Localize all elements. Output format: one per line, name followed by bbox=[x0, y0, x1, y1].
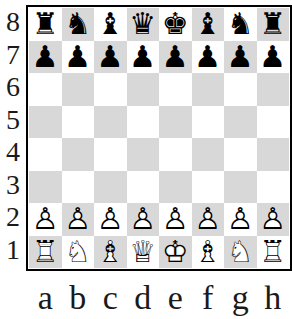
square-a4[interactable] bbox=[29, 138, 62, 171]
white-pawn-icon[interactable]: ♙ bbox=[192, 203, 225, 236]
square-d1[interactable]: ♛♕ bbox=[127, 236, 160, 269]
white-pawn-fill: ♟ bbox=[29, 203, 62, 236]
square-g1[interactable]: ♞♘ bbox=[224, 236, 257, 269]
black-rook-icon[interactable]: ♜ bbox=[29, 8, 62, 41]
square-c5[interactable] bbox=[94, 106, 127, 139]
black-pawn-icon[interactable]: ♟ bbox=[29, 41, 62, 74]
rank-label-3: 3 bbox=[0, 169, 26, 202]
square-b1[interactable]: ♞♘ bbox=[62, 236, 95, 269]
black-pawn-icon[interactable]: ♟ bbox=[224, 41, 257, 74]
square-g5[interactable] bbox=[224, 106, 257, 139]
black-king-icon[interactable]: ♚ bbox=[159, 8, 192, 41]
chess-board[interactable]: ♜♞♝♛♚♝♞♜♟♟♟♟♟♟♟♟♟♙♟♙♟♙♟♙♟♙♟♙♟♙♟♙♜♖♞♘♝♗♛♕… bbox=[26, 5, 292, 271]
square-b6[interactable] bbox=[62, 73, 95, 106]
white-rook-icon[interactable]: ♖ bbox=[29, 236, 62, 269]
white-bishop-icon[interactable]: ♗ bbox=[192, 236, 225, 269]
square-f2[interactable]: ♟♙ bbox=[192, 203, 225, 236]
white-pawn-icon[interactable]: ♙ bbox=[62, 203, 95, 236]
square-a3[interactable] bbox=[29, 171, 62, 204]
square-d6[interactable] bbox=[127, 73, 160, 106]
white-rook-fill: ♜ bbox=[257, 236, 290, 269]
square-f6[interactable] bbox=[192, 73, 225, 106]
black-pawn-icon[interactable]: ♟ bbox=[257, 41, 290, 74]
square-h3[interactable] bbox=[257, 171, 290, 204]
white-king-icon[interactable]: ♔ bbox=[159, 236, 192, 269]
black-pawn-icon[interactable]: ♟ bbox=[159, 41, 192, 74]
white-pawn-fill: ♟ bbox=[62, 203, 95, 236]
square-c8[interactable]: ♝ bbox=[94, 8, 127, 41]
white-pawn-fill: ♟ bbox=[159, 203, 192, 236]
square-g3[interactable] bbox=[224, 171, 257, 204]
square-f3[interactable] bbox=[192, 171, 225, 204]
rank-label-1: 1 bbox=[0, 234, 26, 267]
square-f8[interactable]: ♝ bbox=[192, 8, 225, 41]
white-pawn-icon[interactable]: ♙ bbox=[224, 203, 257, 236]
white-pawn-fill: ♟ bbox=[192, 203, 225, 236]
white-pawn-icon[interactable]: ♙ bbox=[29, 203, 62, 236]
square-g4[interactable] bbox=[224, 138, 257, 171]
file-label-h: h bbox=[257, 271, 290, 319]
square-c1[interactable]: ♝♗ bbox=[94, 236, 127, 269]
file-label-d: d bbox=[127, 271, 160, 319]
white-queen-icon[interactable]: ♕ bbox=[127, 236, 160, 269]
square-f5[interactable] bbox=[192, 106, 225, 139]
black-knight-icon[interactable]: ♞ bbox=[224, 8, 257, 41]
square-f4[interactable] bbox=[192, 138, 225, 171]
square-d5[interactable] bbox=[127, 106, 160, 139]
square-b5[interactable] bbox=[62, 106, 95, 139]
square-a7[interactable]: ♟ bbox=[29, 41, 62, 74]
rank-label-5: 5 bbox=[0, 104, 26, 137]
white-pawn-fill: ♟ bbox=[94, 203, 127, 236]
black-queen-icon[interactable]: ♛ bbox=[127, 8, 160, 41]
white-bishop-icon[interactable]: ♗ bbox=[94, 236, 127, 269]
square-c4[interactable] bbox=[94, 138, 127, 171]
square-a2[interactable]: ♟♙ bbox=[29, 203, 62, 236]
square-d7[interactable]: ♟ bbox=[127, 41, 160, 74]
square-e2[interactable]: ♟♙ bbox=[159, 203, 192, 236]
file-labels: abcdefgh bbox=[26, 271, 292, 319]
square-c7[interactable]: ♟ bbox=[94, 41, 127, 74]
white-bishop-fill: ♝ bbox=[94, 236, 127, 269]
white-pawn-icon[interactable]: ♙ bbox=[127, 203, 160, 236]
white-pawn-fill: ♟ bbox=[257, 203, 290, 236]
square-h2[interactable]: ♟♙ bbox=[257, 203, 290, 236]
square-h5[interactable] bbox=[257, 106, 290, 139]
square-b8[interactable]: ♞ bbox=[62, 8, 95, 41]
black-bishop-icon[interactable]: ♝ bbox=[94, 8, 127, 41]
square-d8[interactable]: ♛ bbox=[127, 8, 160, 41]
square-h6[interactable] bbox=[257, 73, 290, 106]
square-d4[interactable] bbox=[127, 138, 160, 171]
file-label-c: c bbox=[94, 271, 127, 319]
white-knight-fill: ♞ bbox=[62, 236, 95, 269]
square-f1[interactable]: ♝♗ bbox=[192, 236, 225, 269]
square-e5[interactable] bbox=[159, 106, 192, 139]
square-b4[interactable] bbox=[62, 138, 95, 171]
rank-label-7: 7 bbox=[0, 39, 26, 72]
white-pawn-icon[interactable]: ♙ bbox=[94, 203, 127, 236]
rank-labels: 87654321 bbox=[0, 5, 26, 271]
square-e6[interactable] bbox=[159, 73, 192, 106]
black-pawn-icon[interactable]: ♟ bbox=[94, 41, 127, 74]
square-g2[interactable]: ♟♙ bbox=[224, 203, 257, 236]
file-label-a: a bbox=[29, 271, 62, 319]
square-b2[interactable]: ♟♙ bbox=[62, 203, 95, 236]
square-h7[interactable]: ♟ bbox=[257, 41, 290, 74]
white-pawn-icon[interactable]: ♙ bbox=[159, 203, 192, 236]
black-knight-icon[interactable]: ♞ bbox=[62, 8, 95, 41]
square-e3[interactable] bbox=[159, 171, 192, 204]
file-label-b: b bbox=[62, 271, 95, 319]
square-c2[interactable]: ♟♙ bbox=[94, 203, 127, 236]
square-e8[interactable]: ♚ bbox=[159, 8, 192, 41]
square-e1[interactable]: ♚♔ bbox=[159, 236, 192, 269]
square-a1[interactable]: ♜♖ bbox=[29, 236, 62, 269]
white-pawn-fill: ♟ bbox=[127, 203, 160, 236]
black-rook-icon[interactable]: ♜ bbox=[257, 8, 290, 41]
square-a6[interactable] bbox=[29, 73, 62, 106]
square-h1[interactable]: ♜♖ bbox=[257, 236, 290, 269]
chess-board-diagram: 87654321 ♜♞♝♛♚♝♞♜♟♟♟♟♟♟♟♟♟♙♟♙♟♙♟♙♟♙♟♙♟♙♟… bbox=[0, 0, 292, 319]
white-rook-icon[interactable]: ♖ bbox=[257, 236, 290, 269]
square-g7[interactable]: ♟ bbox=[224, 41, 257, 74]
file-label-f: f bbox=[192, 271, 225, 319]
square-c6[interactable] bbox=[94, 73, 127, 106]
white-queen-fill: ♛ bbox=[127, 236, 160, 269]
square-h8[interactable]: ♜ bbox=[257, 8, 290, 41]
square-b7[interactable]: ♟ bbox=[62, 41, 95, 74]
white-rook-fill: ♜ bbox=[29, 236, 62, 269]
white-king-fill: ♚ bbox=[159, 236, 192, 269]
square-e4[interactable] bbox=[159, 138, 192, 171]
rank-label-6: 6 bbox=[0, 71, 26, 104]
black-pawn-icon[interactable]: ♟ bbox=[62, 41, 95, 74]
square-d3[interactable] bbox=[127, 171, 160, 204]
square-a8[interactable]: ♜ bbox=[29, 8, 62, 41]
square-g6[interactable] bbox=[224, 73, 257, 106]
white-bishop-fill: ♝ bbox=[192, 236, 225, 269]
square-e7[interactable]: ♟ bbox=[159, 41, 192, 74]
file-label-e: e bbox=[159, 271, 192, 319]
rank-label-8: 8 bbox=[0, 6, 26, 39]
square-c3[interactable] bbox=[94, 171, 127, 204]
square-g8[interactable]: ♞ bbox=[224, 8, 257, 41]
square-f7[interactable]: ♟ bbox=[192, 41, 225, 74]
white-knight-icon[interactable]: ♘ bbox=[224, 236, 257, 269]
rank-label-4: 4 bbox=[0, 136, 26, 169]
square-d2[interactable]: ♟♙ bbox=[127, 203, 160, 236]
black-pawn-icon[interactable]: ♟ bbox=[127, 41, 160, 74]
square-b3[interactable] bbox=[62, 171, 95, 204]
rank-label-2: 2 bbox=[0, 201, 26, 234]
square-h4[interactable] bbox=[257, 138, 290, 171]
corner-spacer bbox=[0, 271, 26, 319]
square-a5[interactable] bbox=[29, 106, 62, 139]
black-pawn-icon[interactable]: ♟ bbox=[192, 41, 225, 74]
black-bishop-icon[interactable]: ♝ bbox=[192, 8, 225, 41]
white-knight-fill: ♞ bbox=[224, 236, 257, 269]
file-label-g: g bbox=[224, 271, 257, 319]
white-knight-icon[interactable]: ♘ bbox=[62, 236, 95, 269]
white-pawn-fill: ♟ bbox=[224, 203, 257, 236]
white-pawn-icon[interactable]: ♙ bbox=[257, 203, 290, 236]
